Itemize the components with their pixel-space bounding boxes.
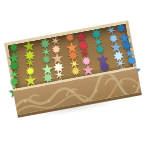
photo-canvas: ✹★✸✶✹★★✸✶✹★✸✸✶✹★✸✶✶✹★✸✶✹✹★✸✶✹★★✸✶✹★✸✸✶✹★…	[0, 0, 150, 150]
